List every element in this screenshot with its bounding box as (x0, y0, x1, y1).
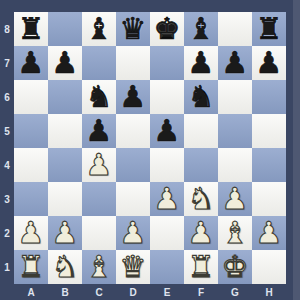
file-label-e: E (150, 284, 184, 300)
square-d8[interactable]: ♛ (116, 12, 150, 46)
square-g2[interactable]: ♝ (218, 216, 252, 250)
square-b4[interactable] (48, 148, 82, 182)
black-king-e8[interactable]: ♚ (154, 12, 181, 46)
white-knight-f3[interactable]: ♞ (188, 182, 215, 216)
square-d4[interactable] (116, 148, 150, 182)
black-pawn-d6[interactable]: ♟ (120, 80, 147, 114)
square-f8[interactable]: ♝ (184, 12, 218, 46)
square-a1[interactable]: ♜ (14, 250, 48, 284)
white-pawn-c4[interactable]: ♟ (86, 148, 113, 182)
file-label-h: H (252, 284, 286, 300)
square-b6[interactable] (48, 80, 82, 114)
square-a2[interactable]: ♟ (14, 216, 48, 250)
square-e1[interactable] (150, 250, 184, 284)
square-e8[interactable]: ♚ (150, 12, 184, 46)
black-pawn-g7[interactable]: ♟ (222, 46, 249, 80)
black-rook-a8[interactable]: ♜ (18, 12, 45, 46)
square-c6[interactable]: ♞ (82, 80, 116, 114)
white-bishop-g2[interactable]: ♝ (222, 216, 249, 250)
white-pawn-b2[interactable]: ♟ (52, 216, 79, 250)
black-pawn-b7[interactable]: ♟ (52, 46, 79, 80)
square-h7[interactable]: ♟ (252, 46, 286, 80)
white-pawn-g3[interactable]: ♟ (222, 182, 249, 216)
board-grid: ♜♝♛♚♝♜♟♟♟♟♟♞♟♞♟♟♟♟♞♟♟♟♟♟♝♟♜♞♝♛♜♚ (14, 12, 286, 284)
square-d2[interactable]: ♟ (116, 216, 150, 250)
rank-labels: 87654321 (0, 12, 14, 284)
square-h2[interactable]: ♟ (252, 216, 286, 250)
square-c5[interactable]: ♟ (82, 114, 116, 148)
square-g5[interactable] (218, 114, 252, 148)
square-f7[interactable]: ♟ (184, 46, 218, 80)
black-pawn-c5[interactable]: ♟ (86, 114, 113, 148)
file-label-b: B (48, 284, 82, 300)
file-label-d: D (116, 284, 150, 300)
square-b2[interactable]: ♟ (48, 216, 82, 250)
square-c8[interactable]: ♝ (82, 12, 116, 46)
square-g7[interactable]: ♟ (218, 46, 252, 80)
square-f6[interactable]: ♞ (184, 80, 218, 114)
rank-label-5: 5 (0, 114, 14, 148)
square-c7[interactable] (82, 46, 116, 80)
black-pawn-a7[interactable]: ♟ (18, 46, 45, 80)
black-bishop-c8[interactable]: ♝ (86, 12, 113, 46)
rank-label-8: 8 (0, 12, 14, 46)
square-e3[interactable]: ♟ (150, 182, 184, 216)
file-label-a: A (14, 284, 48, 300)
chess-diagram: 87654321 ♜♝♛♚♝♜♟♟♟♟♟♞♟♞♟♟♟♟♞♟♟♟♟♟♝♟♜♞♝♛♜… (0, 0, 300, 300)
white-bishop-c1[interactable]: ♝ (86, 250, 113, 284)
square-h6[interactable] (252, 80, 286, 114)
white-king-g1[interactable]: ♚ (222, 250, 249, 284)
square-b5[interactable] (48, 114, 82, 148)
square-a5[interactable] (14, 114, 48, 148)
square-g4[interactable] (218, 148, 252, 182)
square-a3[interactable] (14, 182, 48, 216)
square-a6[interactable] (14, 80, 48, 114)
square-e6[interactable] (150, 80, 184, 114)
square-c2[interactable] (82, 216, 116, 250)
square-h5[interactable] (252, 114, 286, 148)
square-h1[interactable] (252, 250, 286, 284)
black-knight-f6[interactable]: ♞ (188, 80, 215, 114)
white-pawn-a2[interactable]: ♟ (18, 216, 45, 250)
square-f4[interactable] (184, 148, 218, 182)
black-bishop-f8[interactable]: ♝ (188, 12, 215, 46)
square-f5[interactable] (184, 114, 218, 148)
black-queen-d8[interactable]: ♛ (120, 12, 147, 46)
rank-label-3: 3 (0, 182, 14, 216)
square-e5[interactable]: ♟ (150, 114, 184, 148)
file-label-c: C (82, 284, 116, 300)
square-b7[interactable]: ♟ (48, 46, 82, 80)
white-pawn-h2[interactable]: ♟ (256, 216, 283, 250)
square-a4[interactable] (14, 148, 48, 182)
square-h3[interactable] (252, 182, 286, 216)
white-queen-d1[interactable]: ♛ (120, 250, 147, 284)
rank-label-7: 7 (0, 46, 14, 80)
rank-label-4: 4 (0, 148, 14, 182)
square-a7[interactable]: ♟ (14, 46, 48, 80)
square-c1[interactable]: ♝ (82, 250, 116, 284)
white-knight-b1[interactable]: ♞ (52, 250, 79, 284)
white-rook-f1[interactable]: ♜ (188, 250, 215, 284)
square-d6[interactable]: ♟ (116, 80, 150, 114)
square-e7[interactable] (150, 46, 184, 80)
square-g3[interactable]: ♟ (218, 182, 252, 216)
black-rook-h8[interactable]: ♜ (256, 12, 283, 46)
square-f3[interactable]: ♞ (184, 182, 218, 216)
square-b3[interactable] (48, 182, 82, 216)
square-h8[interactable]: ♜ (252, 12, 286, 46)
square-h4[interactable] (252, 148, 286, 182)
square-d7[interactable] (116, 46, 150, 80)
square-b1[interactable]: ♞ (48, 250, 82, 284)
rank-label-6: 6 (0, 80, 14, 114)
black-pawn-h7[interactable]: ♟ (256, 46, 283, 80)
square-g8[interactable] (218, 12, 252, 46)
white-pawn-d2[interactable]: ♟ (120, 216, 147, 250)
black-knight-c6[interactable]: ♞ (86, 80, 113, 114)
file-label-g: G (218, 284, 252, 300)
square-e4[interactable] (150, 148, 184, 182)
rank-label-2: 2 (0, 216, 14, 250)
square-a8[interactable]: ♜ (14, 12, 48, 46)
square-f1[interactable]: ♜ (184, 250, 218, 284)
square-f2[interactable]: ♟ (184, 216, 218, 250)
square-b8[interactable] (48, 12, 82, 46)
black-pawn-e5[interactable]: ♟ (154, 114, 181, 148)
white-pawn-e3[interactable]: ♟ (154, 182, 181, 216)
black-pawn-f7[interactable]: ♟ (188, 46, 215, 80)
square-d1[interactable]: ♛ (116, 250, 150, 284)
file-labels: ABCDEFGH (14, 284, 286, 300)
square-g6[interactable] (218, 80, 252, 114)
square-e2[interactable] (150, 216, 184, 250)
file-label-f: F (184, 284, 218, 300)
square-c4[interactable]: ♟ (82, 148, 116, 182)
square-d5[interactable] (116, 114, 150, 148)
rank-label-1: 1 (0, 250, 14, 284)
white-pawn-f2[interactable]: ♟ (188, 216, 215, 250)
square-c3[interactable] (82, 182, 116, 216)
square-g1[interactable]: ♚ (218, 250, 252, 284)
square-d3[interactable] (116, 182, 150, 216)
white-rook-a1[interactable]: ♜ (18, 250, 45, 284)
